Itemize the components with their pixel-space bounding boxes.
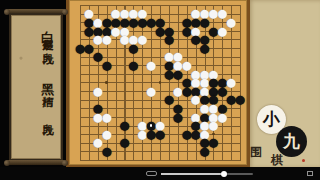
quality-chip[interactable] [146, 171, 157, 177]
white-stone: ● [227, 78, 236, 87]
white-stone: ● [102, 113, 111, 122]
black-stone: ● [129, 61, 138, 70]
white-stone: ● [182, 61, 191, 70]
white-stone: ● [102, 130, 111, 139]
logo-red-seal-dot [302, 159, 305, 162]
logo-nine-char: 九 [283, 130, 300, 153]
white-stone: ● [93, 138, 102, 147]
progress-track[interactable] [161, 173, 253, 175]
white-stone: ● [93, 87, 102, 96]
black-stone: ● [102, 147, 111, 156]
black-stone: ● [120, 138, 129, 147]
logo-small-char: 小 [263, 108, 280, 131]
progress-knob[interactable] [221, 171, 227, 177]
star-point [105, 81, 108, 84]
star-point [159, 81, 162, 84]
black-stone: ● [164, 95, 173, 104]
app-logo: 小 九 围 棋 [244, 100, 316, 168]
logo-wei-char: 围 [250, 144, 262, 161]
white-stone: ● [227, 18, 236, 27]
black-stone: ● [200, 44, 209, 53]
board-intersections[interactable]: ●●●●●●●●●●●●●●●●●●●●●●●●●●●●●●●●●●●●●●●●… [76, 1, 245, 165]
white-player-info: 白赵晨宇九段 [38, 18, 57, 44]
black-player-info: 黑柯洁九段 [38, 63, 57, 115]
white-stone: ● [218, 113, 227, 122]
fullscreen-icon[interactable] [307, 171, 313, 177]
black-stone: ● [120, 121, 129, 130]
white-stone: ● [147, 87, 156, 96]
scroll-bottom-roll-icon [6, 160, 66, 165]
white-stone: ● [138, 35, 147, 44]
black-stone: ● [200, 147, 209, 156]
black-stone: ● [164, 35, 173, 44]
white-stone: ● [102, 35, 111, 44]
black-stone: ● [209, 138, 218, 147]
white-stone: ● [209, 121, 218, 130]
player-panel: 白赵晨宇九段 黑柯洁九段 [0, 0, 66, 180]
black-stone: ● [173, 113, 182, 122]
black-stone: ● [84, 44, 93, 53]
black-stone: ● [156, 130, 165, 139]
black-stone: ● [102, 61, 111, 70]
white-stone: ● [218, 27, 227, 36]
video-frame: ●●●●●●●●●●●●●●●●●●●●●●●●●●●●●●●●●●●●●●●●… [0, 0, 320, 180]
black-stone: ● [173, 70, 182, 79]
player-names: 白赵晨宇九段 黑柯洁九段 [15, 18, 57, 156]
player-scroll: 白赵晨宇九段 黑柯洁九段 [9, 13, 63, 161]
progress-fill [161, 173, 224, 175]
playback-bar [0, 167, 320, 180]
black-stone: ● [93, 52, 102, 61]
white-stone: ● [147, 61, 156, 70]
black-stone: ● [129, 44, 138, 53]
